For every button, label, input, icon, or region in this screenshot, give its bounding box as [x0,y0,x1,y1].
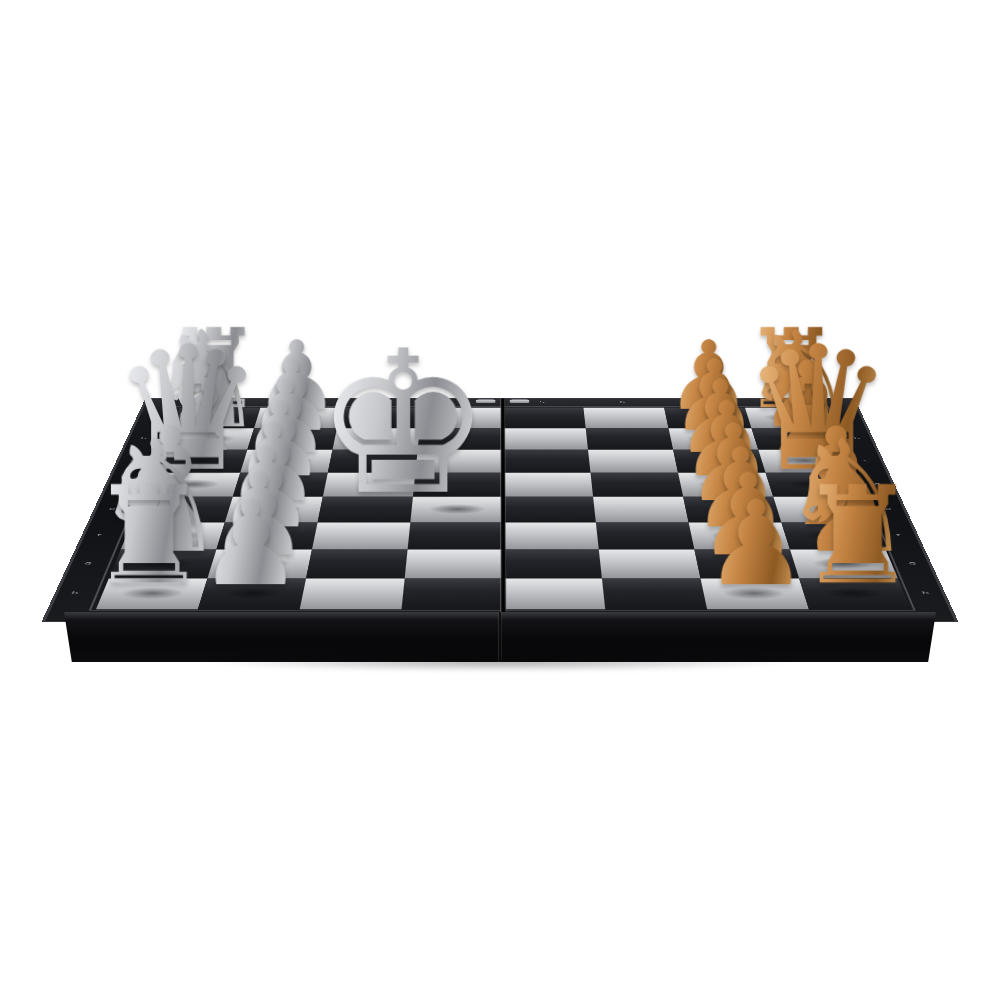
square-h2: ♟ [198,578,306,609]
square-h6 [602,578,707,609]
square-h1: ♜ [96,578,207,609]
square-a6 [583,408,668,429]
gold-pawn: ♟ [704,485,809,602]
hinge-icon [510,399,530,402]
square-h4 [402,578,504,609]
square-f4 [408,522,504,549]
silver-rook: ♜ [88,469,209,604]
drop-shadow [92,655,908,679]
square-g5 [503,550,602,579]
square-g6 [599,550,701,579]
square-b6 [586,428,674,450]
silver-king: ♚ [314,325,491,523]
square-a5 [503,408,586,429]
square-c6 [588,450,678,473]
coordinate-label: 6 [619,401,625,403]
square-h3 [300,578,405,609]
square-d6 [590,473,683,497]
board-3d: ♜♟♟♜♞♟♟♞♝♟♟♝♛♟♟♛♟♚♟♝♟♟♝♞♟♟♞♜♟♟♜ aa11bb22… [41,398,959,622]
coordinate-label: h [921,591,930,594]
square-e5 [503,497,596,523]
board-frame: ♜♟♟♜♞♟♟♞♝♟♟♝♛♟♟♛♟♚♟♝♟♟♝♞♟♟♞♜♟♟♜ aa11bb22… [41,398,959,622]
square-h7: ♟ [701,578,809,609]
square-f6 [596,522,695,549]
square-h8: ♜ [799,578,911,609]
square-h5 [503,578,605,609]
silver-pawn: ♟ [198,485,303,602]
square-f3 [312,522,410,549]
product-photo-chess-set: ♜♟♟♜♞♟♟♞♝♟♟♝♛♟♟♛♟♚♟♝♟♟♝♞♟♟♞♜♟♟♜ aa11bb22… [0,0,1000,1000]
gold-rook: ♜ [797,469,918,604]
square-g3 [306,550,408,579]
square-b5 [503,428,588,450]
coordinate-label: 5 [539,401,545,403]
square-g4 [405,550,504,579]
square-c5 [503,450,591,473]
coordinate-label: h [71,591,80,594]
square-d5 [503,473,593,497]
board-perspective-wrap: ♜♟♟♜♞♟♟♞♝♟♟♝♛♟♟♛♟♚♟♝♟♟♝♞♟♟♞♜♟♟♜ aa11bb22… [100,96,900,896]
square-f5 [503,522,599,549]
square-e6 [593,497,689,523]
square-e4: ♚ [410,497,503,523]
